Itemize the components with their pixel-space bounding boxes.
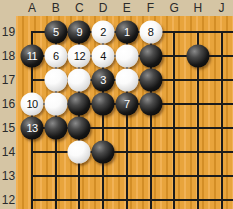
row-label: 14 [2,146,15,158]
move-number: 2 [100,27,106,38]
row-label: 17 [2,74,15,86]
stone-white-C14[interactable] [68,141,91,164]
stone-black-B15[interactable] [44,117,67,140]
stone-black-C19[interactable]: 9 [68,21,91,44]
move-number: 7 [124,99,130,110]
move-number: 10 [26,99,37,110]
stone-white-B17[interactable] [44,69,67,92]
stone-black-C16[interactable] [68,93,91,116]
go-board-diagram: ABCDEFGHJ1918171615141312 59218116124310… [0,0,233,209]
stone-black-C15[interactable] [68,117,91,140]
column-label: F [147,2,154,14]
grid-line-vertical [173,31,175,209]
move-number: 12 [74,51,85,62]
row-label: 12 [2,194,15,206]
stone-white-C18[interactable]: 12 [68,45,91,68]
stone-black-A15[interactable]: 13 [21,117,44,140]
stone-black-F17[interactable] [139,69,162,92]
row-label: 16 [2,98,15,110]
column-label: A [28,2,36,14]
grid-line-vertical [221,31,223,209]
stone-white-B16[interactable] [44,93,67,116]
row-label: 19 [2,26,15,38]
grid-line-horizontal [31,151,233,153]
stone-black-F16[interactable] [139,93,162,116]
stone-white-A16[interactable]: 10 [21,93,44,116]
stone-black-A18[interactable]: 11 [21,45,44,68]
grid-line-horizontal [31,199,233,201]
stone-black-E16[interactable]: 7 [115,93,138,116]
stone-black-D16[interactable] [92,93,115,116]
stone-black-D14[interactable] [92,141,115,164]
move-number: 11 [27,51,37,62]
move-number: 13 [26,123,37,134]
move-number: 6 [53,51,59,62]
column-label: E [123,2,131,14]
column-label: H [194,2,203,14]
stone-black-H18[interactable] [186,45,209,68]
stone-black-F18[interactable] [139,45,162,68]
stone-white-D19[interactable]: 2 [92,21,115,44]
stone-white-F19[interactable]: 8 [139,21,162,44]
row-label: 15 [2,122,15,134]
column-label: C [75,2,84,14]
move-number: 4 [100,51,106,62]
column-label: D [99,2,108,14]
move-number: 8 [148,27,154,38]
move-number: 1 [124,27,130,38]
column-label: B [52,2,60,14]
stone-black-E19[interactable]: 1 [115,21,138,44]
stone-white-E18[interactable] [115,45,138,68]
stone-white-D18[interactable]: 4 [92,45,115,68]
stone-white-E17[interactable] [115,69,138,92]
row-label: 13 [2,170,15,182]
stone-white-B18[interactable]: 6 [44,45,67,68]
move-number: 9 [77,27,83,38]
move-number: 3 [100,75,106,86]
row-label: 18 [2,50,15,62]
column-label: G [170,2,179,14]
grid-line-horizontal [31,175,233,177]
stone-black-B19[interactable]: 5 [44,21,67,44]
stone-black-D17[interactable]: 3 [92,69,115,92]
stone-white-C17[interactable] [68,69,91,92]
column-label: J [219,2,225,14]
move-number: 5 [53,27,59,38]
